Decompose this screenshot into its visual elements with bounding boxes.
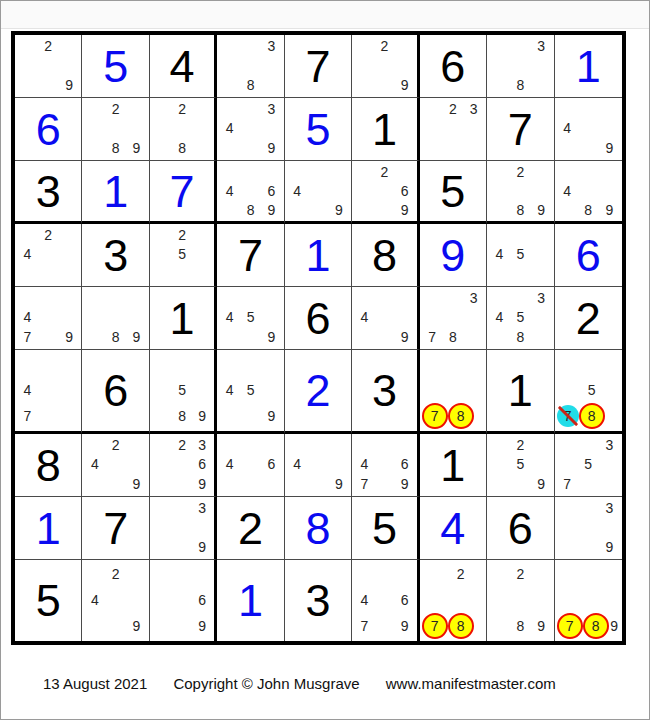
candidate-3[interactable]: 3: [267, 39, 275, 53]
candidate-slot-9: 9: [192, 613, 212, 639]
candidate-slot-1: [422, 288, 443, 308]
candidate-slot-4: 4: [557, 181, 578, 200]
candidate-8[interactable]: 8: [178, 141, 186, 155]
cell-r8c7[interactable]: 4: [420, 497, 487, 560]
cell-r7c1[interactable]: 8: [15, 434, 82, 497]
candidate-9[interactable]: 9: [267, 141, 275, 155]
candidate-7[interactable]: 7: [24, 330, 32, 344]
candidate-9[interactable]: 9: [198, 540, 206, 554]
candidate-slot-6: [474, 587, 484, 613]
candidate-slot-7: [17, 75, 38, 95]
cell-r5c7[interactable]: 378: [420, 287, 487, 350]
candidate-slot-1: [354, 288, 374, 308]
candidate-8[interactable]: 8: [247, 203, 255, 217]
cell-r5c2[interactable]: 89: [82, 287, 149, 350]
cell-r7c8[interactable]: 259: [487, 434, 554, 497]
cell-r6c3[interactable]: 589: [150, 350, 217, 434]
candidate-slot-6: [531, 181, 552, 200]
candidate-slot-9: 9: [599, 537, 620, 557]
candidate-slot-3: [328, 162, 349, 181]
candidate-4[interactable]: 4: [24, 247, 32, 261]
candidate-4[interactable]: 4: [360, 457, 368, 471]
candidate-4[interactable]: 4: [226, 383, 234, 397]
cell-r4c2[interactable]: 3: [82, 224, 149, 287]
cell-r6c6[interactable]: 3: [352, 350, 419, 434]
candidate-slot-1: [557, 498, 578, 518]
candidate-8[interactable]: 8: [112, 141, 120, 155]
candidate-slot-1: [354, 561, 374, 587]
cell-r8c2[interactable]: 7: [82, 497, 149, 560]
candidate-slot-5: [240, 119, 261, 139]
candidate-slot-1: [557, 99, 578, 119]
candidate-8[interactable]: 8: [516, 619, 524, 633]
candidate-9[interactable]: 9: [198, 409, 206, 423]
candidate-slot-4: 4: [17, 377, 38, 403]
candidate-4[interactable]: 4: [563, 121, 571, 135]
candidate-slot-9: [605, 403, 620, 429]
candidate-slot-8: [172, 264, 192, 284]
cell-r9c3[interactable]: 69: [150, 560, 217, 641]
cell-value-solved: 2: [305, 368, 330, 413]
cell-r8c6[interactable]: 5: [352, 497, 419, 560]
candidate-7-yellow-circled[interactable]: 7: [422, 613, 448, 639]
candidate-9[interactable]: 9: [401, 477, 409, 491]
candidate-2[interactable]: 2: [516, 438, 524, 452]
cell-r4c4[interactable]: 7: [217, 224, 284, 287]
candidate-slot-6: 6: [192, 455, 212, 475]
candidate-6[interactable]: 6: [198, 593, 206, 607]
cell-value-solved: 6: [576, 233, 601, 278]
candidate-slot-6: [531, 308, 552, 328]
cell-r1c9[interactable]: 1: [555, 35, 622, 98]
cell-r4c6[interactable]: 8: [352, 224, 419, 287]
cell-value-solved: 5: [305, 107, 330, 152]
candidate-8[interactable]: 8: [516, 330, 524, 344]
candidate-8-yellow-circled[interactable]: 8: [583, 613, 609, 639]
cell-r8c3[interactable]: 39: [150, 497, 217, 560]
candidate-9[interactable]: 9: [537, 619, 545, 633]
cell-r8c5[interactable]: 8: [285, 497, 352, 560]
candidate-slot-4: [422, 587, 448, 613]
candidate-slot-4: 4: [219, 119, 240, 139]
cell-r8c8[interactable]: 6: [487, 497, 554, 560]
candidate-slot-7: [219, 138, 240, 158]
candidate-slot-1: [557, 435, 578, 455]
cell-r5c9[interactable]: 2: [555, 287, 622, 350]
cell-r1c6[interactable]: 29: [352, 35, 419, 98]
candidate-slot-8: 8: [578, 200, 599, 219]
cell-r3c3[interactable]: 7: [150, 161, 217, 224]
candidate-7-yellow-circled[interactable]: 7: [422, 403, 448, 429]
candidate-7-yellow-circled[interactable]: 7: [557, 613, 583, 639]
candidate-3[interactable]: 3: [198, 501, 206, 515]
candidate-slot-6: [328, 181, 349, 200]
cell-r4c5[interactable]: 1: [285, 224, 352, 287]
cell-r3c8[interactable]: 289: [487, 161, 554, 224]
cell-r2c4[interactable]: 349: [217, 98, 284, 161]
candidate-slot-6: [192, 119, 212, 139]
candidate-slot-1: [489, 162, 510, 181]
cell-r3c6[interactable]: 269: [352, 161, 419, 224]
candidate-9[interactable]: 9: [65, 330, 73, 344]
cell-r4c7[interactable]: 9: [420, 224, 487, 287]
cell-r3c9[interactable]: 489: [555, 161, 622, 224]
candidate-9[interactable]: 9: [606, 203, 614, 217]
cell-r3c1[interactable]: 3: [15, 161, 82, 224]
candidate-slot-9: 9: [395, 200, 415, 219]
candidate-slot-9: 9: [395, 613, 415, 639]
candidate-slot-3: [395, 288, 415, 308]
candidate-slot-3: 3: [192, 435, 212, 455]
cell-r2c9[interactable]: 49: [555, 98, 622, 161]
cell-r5c1[interactable]: 479: [15, 287, 82, 350]
cell-r9c2[interactable]: 249: [82, 560, 149, 641]
candidate-slot-1: [152, 435, 172, 455]
candidate-4[interactable]: 4: [360, 310, 368, 324]
candidate-slot-2: [578, 498, 599, 518]
candidate-4[interactable]: 4: [24, 310, 32, 324]
candidate-slot-1: [489, 225, 510, 245]
candidate-5[interactable]: 5: [516, 310, 524, 324]
candidate-slot-7: 7: [557, 403, 579, 429]
candidate-9[interactable]: 9: [267, 203, 275, 217]
candidate-slot-7: 7: [557, 474, 578, 494]
candidate-9[interactable]: 9: [401, 78, 409, 92]
cell-r4c3[interactable]: 25: [150, 224, 217, 287]
cell-r4c8[interactable]: 45: [487, 224, 554, 287]
cell-r7c5[interactable]: 49: [285, 434, 352, 497]
cell-value-given: 1: [440, 443, 465, 488]
candidate-slot-6: [474, 377, 484, 403]
candidate-2[interactable]: 2: [112, 567, 120, 581]
candidate-2[interactable]: 2: [44, 228, 52, 242]
candidate-9[interactable]: 9: [65, 78, 73, 92]
cell-value-solved: 6: [36, 107, 61, 152]
cell-r5c8[interactable]: 3458: [487, 287, 554, 350]
candidate-8[interactable]: 8: [178, 409, 186, 423]
candidate-slot-4: 4: [287, 181, 308, 200]
candidate-4[interactable]: 4: [226, 457, 234, 471]
candidate-5[interactable]: 5: [178, 247, 186, 261]
candidate-slot-4: [354, 56, 374, 76]
candidate-4[interactable]: 4: [226, 121, 234, 135]
candidate-slot-3: [261, 351, 282, 377]
candidate-4[interactable]: 4: [293, 184, 301, 198]
cell-r6c4[interactable]: 459: [217, 350, 284, 434]
candidate-slot-9: [261, 75, 282, 95]
candidate-9[interactable]: 9: [606, 141, 614, 155]
candidate-9[interactable]: 9: [401, 330, 409, 344]
cell-r5c4[interactable]: 459: [217, 287, 284, 350]
candidate-2[interactable]: 2: [178, 102, 186, 116]
candidate-6[interactable]: 6: [267, 457, 275, 471]
candidate-2[interactable]: 2: [457, 567, 465, 581]
candidate-7-cyan-eliminated[interactable]: 7: [557, 405, 579, 427]
candidate-2[interactable]: 2: [516, 567, 524, 581]
candidate-4[interactable]: 4: [496, 310, 504, 324]
candidate-4[interactable]: 4: [226, 184, 234, 198]
candidate-8[interactable]: 8: [516, 78, 524, 92]
candidate-9[interactable]: 9: [537, 203, 545, 217]
cell-r9c4[interactable]: 1: [217, 560, 284, 641]
candidate-9[interactable]: 9: [537, 477, 545, 491]
cell-r9c9[interactable]: 789: [555, 560, 622, 641]
candidate-slot-2: [510, 225, 531, 245]
cell-r9c7[interactable]: 278: [420, 560, 487, 641]
candidate-slot-7: [152, 474, 172, 494]
candidate-5[interactable]: 5: [588, 383, 596, 397]
cell-r1c1[interactable]: 29: [15, 35, 82, 98]
candidate-2[interactable]: 2: [112, 438, 120, 452]
candidate-7[interactable]: 7: [360, 477, 368, 491]
cell-r5c6[interactable]: 49: [352, 287, 419, 350]
candidate-4[interactable]: 4: [24, 383, 32, 397]
candidate-3[interactable]: 3: [537, 39, 545, 53]
candidate-slot-3: [531, 435, 552, 455]
cell-r3c2[interactable]: 1: [82, 161, 149, 224]
candidate-9[interactable]: 9: [198, 619, 206, 633]
cell-r3c5[interactable]: 49: [285, 161, 352, 224]
candidate-9[interactable]: 9: [610, 619, 618, 633]
cell-r9c5[interactable]: 3: [285, 560, 352, 641]
candidate-4[interactable]: 4: [563, 184, 571, 198]
cell-r2c3[interactable]: 28: [150, 98, 217, 161]
candidate-slot-6: [599, 455, 620, 475]
cell-r1c7[interactable]: 6: [420, 35, 487, 98]
candidate-slot-2: [308, 435, 329, 455]
candidate-slot-9: 9: [328, 200, 349, 219]
cell-r7c3[interactable]: 2369: [150, 434, 217, 497]
candidate-9[interactable]: 9: [198, 477, 206, 491]
candidate-8[interactable]: 8: [112, 330, 120, 344]
candidate-slot-5: [374, 181, 394, 200]
candidate-9[interactable]: 9: [133, 619, 141, 633]
cell-r9c1[interactable]: 5: [15, 560, 82, 641]
cell-r8c9[interactable]: 39: [555, 497, 622, 560]
candidate-slot-1: [219, 435, 240, 455]
cell-r8c4[interactable]: 2: [217, 497, 284, 560]
candidate-slot-2: [240, 162, 261, 181]
cell-r3c7[interactable]: 5: [420, 161, 487, 224]
candidate-2[interactable]: 2: [112, 102, 120, 116]
cell-r6c8[interactable]: 1: [487, 350, 554, 434]
candidate-3[interactable]: 3: [606, 438, 614, 452]
cell-r4c9[interactable]: 6: [555, 224, 622, 287]
candidate-7[interactable]: 7: [24, 409, 32, 423]
candidate-3[interactable]: 3: [470, 291, 478, 305]
candidate-8[interactable]: 8: [247, 78, 255, 92]
candidate-slot-5: [240, 56, 261, 76]
candidate-9[interactable]: 9: [133, 141, 141, 155]
cell-value-given: 2: [576, 296, 601, 341]
candidate-slot-9: 9: [192, 403, 212, 429]
candidate-slot-4: [152, 587, 172, 613]
cell-r2c1[interactable]: 6: [15, 98, 82, 161]
candidate-9[interactable]: 9: [606, 540, 614, 554]
cell-r2c7[interactable]: 23: [420, 98, 487, 161]
candidate-5[interactable]: 5: [584, 457, 592, 471]
cell-r7c6[interactable]: 4679: [352, 434, 419, 497]
cell-r5c5[interactable]: 6: [285, 287, 352, 350]
cell-r1c5[interactable]: 7: [285, 35, 352, 98]
footer: 13 August 2021 Copyright © John Musgrave…: [43, 675, 556, 692]
cell-r7c9[interactable]: 357: [555, 434, 622, 497]
cell-r2c8[interactable]: 7: [487, 98, 554, 161]
candidate-7[interactable]: 7: [360, 619, 368, 633]
candidate-5[interactable]: 5: [516, 247, 524, 261]
candidate-4[interactable]: 4: [226, 310, 234, 324]
candidate-slot-8: [374, 613, 394, 639]
candidate-slot-6: [261, 56, 282, 76]
cell-r5c3[interactable]: 1: [150, 287, 217, 350]
candidate-9[interactable]: 9: [335, 477, 343, 491]
candidate-slot-6: [463, 119, 484, 139]
candidate-3[interactable]: 3: [267, 102, 275, 116]
candidate-slot-4: [152, 245, 172, 265]
candidate-slot-8: 8: [448, 403, 474, 429]
candidate-slot-1: [557, 162, 578, 181]
cell-r1c3[interactable]: 4: [150, 35, 217, 98]
candidate-slot-5: [105, 587, 126, 613]
candidate-slot-9: 9: [261, 403, 282, 429]
candidate-4[interactable]: 4: [496, 247, 504, 261]
candidate-slot-9: [463, 327, 484, 347]
cell-value-given: 3: [372, 368, 397, 413]
candidate-2[interactable]: 2: [178, 438, 186, 452]
candidate-2[interactable]: 2: [44, 39, 52, 53]
candidate-slot-3: [192, 225, 212, 245]
candidate-8-yellow-circled[interactable]: 8: [448, 613, 474, 639]
candidate-5[interactable]: 5: [247, 383, 255, 397]
candidate-slot-2: [172, 561, 192, 587]
candidate-2[interactable]: 2: [381, 39, 389, 53]
candidate-slot-9: 9: [261, 327, 282, 347]
cell-r6c1[interactable]: 47: [15, 350, 82, 434]
candidate-8-yellow-circled[interactable]: 8: [579, 403, 605, 429]
candidate-slot-6: 6: [192, 587, 212, 613]
candidate-7[interactable]: 7: [428, 330, 436, 344]
candidate-slot-5: [448, 377, 474, 403]
candidate-2[interactable]: 2: [449, 102, 457, 116]
candidate-9[interactable]: 9: [401, 203, 409, 217]
cell-r7c7[interactable]: 1: [420, 434, 487, 497]
cell-r7c2[interactable]: 249: [82, 434, 149, 497]
candidate-9[interactable]: 9: [267, 409, 275, 423]
candidate-slot-6: [609, 587, 620, 613]
cell-r3c4[interactable]: 4689: [217, 161, 284, 224]
cell-r9c8[interactable]: 289: [487, 560, 554, 641]
candidate-8[interactable]: 8: [584, 203, 592, 217]
candidate-slot-4: [422, 119, 443, 139]
candidate-6[interactable]: 6: [401, 593, 409, 607]
candidate-slot-1: [354, 435, 374, 455]
candidate-slot-3: 3: [599, 498, 620, 518]
candidate-slot-8: [510, 264, 531, 284]
candidate-4[interactable]: 4: [91, 593, 99, 607]
cell-r1c4[interactable]: 38: [217, 35, 284, 98]
candidate-slot-7: [557, 138, 578, 158]
cell-r2c5[interactable]: 5: [285, 98, 352, 161]
cell-r1c2[interactable]: 5: [82, 35, 149, 98]
candidate-slot-4: [152, 119, 172, 139]
candidate-3[interactable]: 3: [537, 291, 545, 305]
candidate-slot-7: [489, 264, 510, 284]
candidate-4[interactable]: 4: [360, 593, 368, 607]
candidate-9[interactable]: 9: [133, 477, 141, 491]
candidate-slot-1: [84, 99, 105, 119]
candidate-slot-2: [510, 288, 531, 308]
candidate-9[interactable]: 9: [335, 203, 343, 217]
cell-r8c1[interactable]: 1: [15, 497, 82, 560]
cell-r1c8[interactable]: 38: [487, 35, 554, 98]
cell-r2c2[interactable]: 289: [82, 98, 149, 161]
cell-r4c1[interactable]: 24: [15, 224, 82, 287]
candidate-slot-5: [510, 56, 531, 76]
candidate-slot-9: [474, 403, 484, 429]
candidate-9[interactable]: 9: [401, 619, 409, 633]
candidate-5[interactable]: 5: [516, 457, 524, 471]
candidate-9[interactable]: 9: [133, 330, 141, 344]
candidate-6[interactable]: 6: [401, 184, 409, 198]
candidate-3[interactable]: 3: [470, 102, 478, 116]
candidate-slot-6: [395, 308, 415, 328]
candidate-2[interactable]: 2: [381, 165, 389, 179]
cell-r2c6[interactable]: 1: [352, 98, 419, 161]
candidate-3[interactable]: 3: [198, 438, 206, 452]
candidate-slot-6: [59, 308, 80, 328]
sudoku-page: 2954387296381628928349512374931746894926…: [0, 0, 650, 720]
sudoku-board: 2954387296381628928349512374931746894926…: [11, 31, 626, 645]
candidate-slot-8: 8: [579, 403, 605, 429]
candidate-8[interactable]: 8: [516, 203, 524, 217]
candidate-4[interactable]: 4: [91, 457, 99, 471]
candidate-8-yellow-circled[interactable]: 8: [448, 403, 474, 429]
candidate-slot-3: [531, 162, 552, 181]
candidate-slot-8: [374, 200, 394, 219]
cell-r6c2[interactable]: 6: [82, 350, 149, 434]
candidate-slot-8: [374, 474, 394, 494]
candidate-5[interactable]: 5: [247, 310, 255, 324]
candidate-slot-5: [38, 377, 59, 403]
candidate-slot-2: [578, 162, 599, 181]
candidate-slot-7: [422, 138, 443, 158]
candidate-4[interactable]: 4: [293, 457, 301, 471]
cell-r9c6[interactable]: 4679: [352, 560, 419, 641]
candidate-6[interactable]: 6: [401, 457, 409, 471]
candidate-2[interactable]: 2: [516, 165, 524, 179]
candidate-8[interactable]: 8: [449, 330, 457, 344]
candidate-slot-1: [152, 351, 172, 377]
candidate-9[interactable]: 9: [267, 330, 275, 344]
candidate-slot-1: [354, 36, 374, 56]
candidate-6[interactable]: 6: [267, 184, 275, 198]
candidate-slot-2: 2: [442, 99, 463, 119]
candidate-3[interactable]: 3: [606, 501, 614, 515]
candidate-slot-8: [240, 138, 261, 158]
cell-value-solved: 1: [36, 506, 61, 551]
candidate-2[interactable]: 2: [178, 228, 186, 242]
candidate-7[interactable]: 7: [563, 477, 571, 491]
cell-r6c7[interactable]: 78: [420, 350, 487, 434]
cell-value-given: 8: [36, 443, 61, 488]
candidate-slot-5: [448, 587, 474, 613]
cell-r7c4[interactable]: 46: [217, 434, 284, 497]
candidate-5[interactable]: 5: [178, 383, 186, 397]
candidate-slot-5: [240, 455, 261, 475]
cell-r6c9[interactable]: 578: [555, 350, 622, 434]
cell-r6c5[interactable]: 2: [285, 350, 352, 434]
candidate-6[interactable]: 6: [198, 457, 206, 471]
